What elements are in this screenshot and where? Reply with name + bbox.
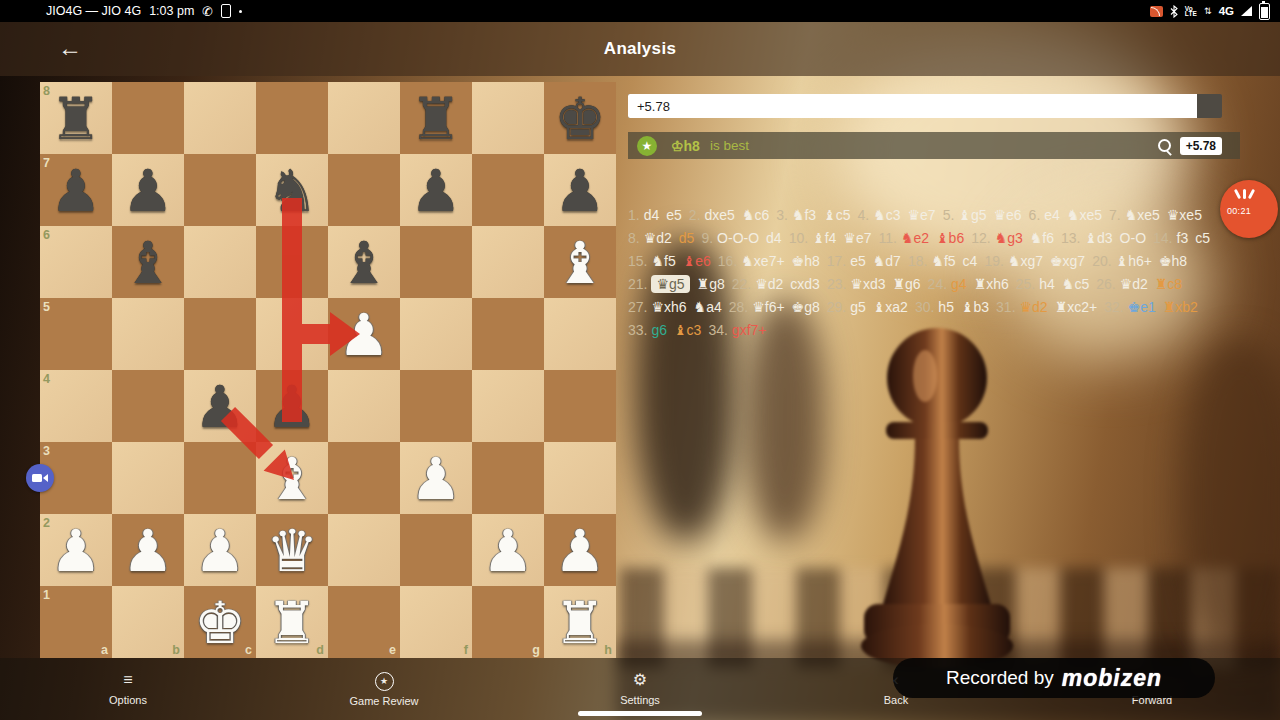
- move-number: 26.: [1096, 276, 1115, 292]
- square-b6[interactable]: ♝: [112, 226, 184, 298]
- move-number: 15.: [628, 253, 647, 269]
- square-g4[interactable]: [472, 370, 544, 442]
- piece-black-knight: ♞: [256, 154, 328, 226]
- square-a7[interactable]: 7♟: [40, 154, 112, 226]
- file-label: c: [245, 643, 252, 657]
- square-e1[interactable]: e: [328, 586, 400, 658]
- move-number: 8.: [628, 230, 640, 246]
- square-d5[interactable]: [256, 298, 328, 370]
- watermark-prefix: Recorded by: [946, 667, 1054, 689]
- square-h4[interactable]: [544, 370, 616, 442]
- move-number: 16.: [718, 253, 737, 269]
- move-token[interactable]: ♛d2: [1020, 299, 1048, 315]
- move-number: 22.: [732, 276, 751, 292]
- notification-dot: [239, 10, 242, 13]
- piece-black-rook: ♜: [40, 82, 112, 154]
- rank-label: 8: [43, 84, 50, 98]
- move-token[interactable]: ♞xg7: [1008, 253, 1043, 269]
- square-f5[interactable]: [400, 298, 472, 370]
- square-f1[interactable]: f: [400, 586, 472, 658]
- square-e4[interactable]: [328, 370, 400, 442]
- photo-pawn: [842, 316, 1032, 676]
- move-token[interactable]: ♞g3: [995, 230, 1023, 246]
- move-token[interactable]: ♞f5: [931, 253, 955, 269]
- back-arrow-icon[interactable]: ←: [58, 34, 82, 62]
- piece-black-bishop: ♝: [112, 226, 184, 298]
- move-token[interactable]: ♚xg7: [1050, 253, 1085, 269]
- square-a1[interactable]: 1a: [40, 586, 112, 658]
- nav-game-review[interactable]: ★ Game Review: [256, 658, 512, 720]
- square-d6[interactable]: [256, 226, 328, 298]
- move-token[interactable]: c5: [1195, 230, 1210, 246]
- rank-label: 7: [43, 156, 50, 170]
- move-number: 29.: [827, 299, 846, 315]
- move-token[interactable]: ♞e2: [901, 230, 929, 246]
- search-icon[interactable]: [1158, 139, 1171, 152]
- square-g5[interactable]: [472, 298, 544, 370]
- move-token[interactable]: ♞f5: [651, 253, 675, 269]
- move-token[interactable]: ♝f4: [812, 230, 836, 246]
- move-token[interactable]: ♛d2: [755, 276, 783, 292]
- move-token[interactable]: ♞xe5: [1067, 207, 1102, 223]
- square-d4[interactable]: ♟: [256, 370, 328, 442]
- move-number: 5.: [943, 207, 955, 223]
- move-token[interactable]: O-O: [1120, 230, 1146, 246]
- move-token[interactable]: ♚h8: [792, 253, 820, 269]
- move-token[interactable]: ♝c5: [823, 207, 850, 223]
- rank-label: 1: [43, 588, 50, 602]
- piece-black-pawn: ♟: [400, 154, 472, 226]
- move-token[interactable]: ♜g6: [892, 276, 920, 292]
- square-d2[interactable]: ♛: [256, 514, 328, 586]
- move-token[interactable]: g4: [951, 276, 967, 292]
- status-bar: JIO4G — JIO 4G 1:03 pm ✆ VoLTE ⇅ 4G: [0, 0, 1280, 22]
- move-token[interactable]: d4: [644, 207, 660, 223]
- piece-white-pawn: ♟: [184, 514, 256, 586]
- move-token[interactable]: ♞d7: [873, 253, 901, 269]
- square-g3[interactable]: [472, 442, 544, 514]
- move-token[interactable]: ♛xd3: [850, 276, 885, 292]
- piece-white-pawn: ♟: [328, 298, 400, 370]
- move-token[interactable]: ♝b6: [936, 230, 964, 246]
- camera-icon: [32, 474, 42, 482]
- move-number: 9.: [701, 230, 713, 246]
- move-token[interactable]: ♞xe5: [1125, 207, 1160, 223]
- move-token[interactable]: ♜xc2+: [1055, 299, 1098, 315]
- move-token[interactable]: d4: [766, 230, 782, 246]
- piece-white-bishop: ♝: [256, 442, 328, 514]
- square-c7[interactable]: [184, 154, 256, 226]
- file-label: a: [101, 643, 108, 657]
- page-title: Analysis: [0, 39, 1280, 59]
- move-token[interactable]: gxf7+: [732, 322, 767, 338]
- square-a6[interactable]: 6: [40, 226, 112, 298]
- square-e3[interactable]: [328, 442, 400, 514]
- square-f8[interactable]: ♜: [400, 82, 472, 154]
- move-token[interactable]: ♞c6: [742, 207, 769, 223]
- square-b7[interactable]: ♟: [112, 154, 184, 226]
- move-number: 21.: [628, 276, 647, 292]
- move-number: 24.: [928, 276, 947, 292]
- move-token[interactable]: ♝c3: [674, 322, 701, 338]
- move-number: 32.: [1104, 299, 1123, 315]
- background-shadow: [1180, 340, 1280, 660]
- rank-label: 4: [43, 372, 50, 386]
- piece-black-rook: ♜: [400, 82, 472, 154]
- piece-white-bishop: ♝: [544, 226, 616, 298]
- square-g2[interactable]: ♟: [472, 514, 544, 586]
- best-move-star-icon: ★: [637, 136, 657, 156]
- data-arrows-icon: ⇅: [1204, 6, 1212, 16]
- square-g6[interactable]: [472, 226, 544, 298]
- move-token[interactable]: ♝b3: [961, 299, 989, 315]
- square-a2[interactable]: 2♟: [40, 514, 112, 586]
- file-label: b: [172, 643, 180, 657]
- move-number: 13.: [1061, 230, 1080, 246]
- move-number: 14.: [1153, 230, 1172, 246]
- move-token[interactable]: ♝d3: [1084, 230, 1112, 246]
- move-token[interactable]: ♚h8: [1159, 253, 1187, 269]
- move-number: 12.: [971, 230, 990, 246]
- camera-icon-lens: [43, 474, 48, 482]
- move-number: 18.: [908, 253, 927, 269]
- list-icon: ≡: [123, 672, 132, 690]
- move-number: 31.: [996, 299, 1015, 315]
- rank-label: 2: [43, 516, 50, 530]
- move-token[interactable]: ♛xe5: [1167, 207, 1202, 223]
- bluetooth-icon: [1170, 5, 1178, 18]
- app-header: Analysis ←: [0, 22, 1280, 76]
- file-label: d: [316, 643, 324, 657]
- square-d7[interactable]: ♞: [256, 154, 328, 226]
- move-token[interactable]: ♝g5: [958, 207, 986, 223]
- move-token[interactable]: ♛d2: [1120, 276, 1148, 292]
- square-e5[interactable]: ♟: [328, 298, 400, 370]
- mobizen-logo-icon: [1234, 189, 1254, 201]
- signal-icon: [1241, 6, 1252, 16]
- move-token[interactable]: O-O-O: [717, 230, 759, 246]
- move-token[interactable]: ♝h6+: [1116, 253, 1152, 269]
- evaluation-value: +5.78: [628, 99, 670, 114]
- piece-white-pawn: ♟: [472, 514, 544, 586]
- nav-options[interactable]: ≡ Options: [0, 658, 256, 720]
- move-token[interactable]: ♜g8: [697, 276, 725, 292]
- piece-white-pawn: ♟: [40, 514, 112, 586]
- square-b8[interactable]: [112, 82, 184, 154]
- move-number: 20.: [1092, 253, 1111, 269]
- square-a8[interactable]: 8♜: [40, 82, 112, 154]
- piece-black-pawn: ♟: [256, 370, 328, 442]
- move-number: 30.: [915, 299, 934, 315]
- move-number: 11.: [878, 230, 896, 246]
- piece-black-pawn: ♟: [112, 154, 184, 226]
- carrier-label: JIO4G — JIO 4G: [46, 4, 141, 18]
- square-a4[interactable]: 4: [40, 370, 112, 442]
- piece-white-pawn: ♟: [400, 442, 472, 514]
- move-number: 3.: [776, 207, 788, 223]
- cast-icon: [1150, 6, 1163, 17]
- evaluation-white-portion: +5.78: [628, 94, 1197, 118]
- square-d1[interactable]: d♜: [256, 586, 328, 658]
- file-label: e: [389, 643, 396, 657]
- recorded-by-watermark: Recorded by mobizen: [893, 658, 1215, 698]
- square-c3[interactable]: [184, 442, 256, 514]
- move-number: 7.: [1109, 207, 1121, 223]
- rank-label: 5: [43, 300, 50, 314]
- move-token[interactable]: f3: [1177, 230, 1189, 246]
- square-c5[interactable]: [184, 298, 256, 370]
- square-b2[interactable]: ♟: [112, 514, 184, 586]
- square-c1[interactable]: c♚: [184, 586, 256, 658]
- move-token[interactable]: ♛f6+: [752, 299, 784, 315]
- move-number: 10.: [789, 230, 808, 246]
- clock-label: 1:03 pm: [149, 4, 194, 18]
- square-b3[interactable]: [112, 442, 184, 514]
- square-c4[interactable]: ♟: [184, 370, 256, 442]
- square-a5[interactable]: 5: [40, 298, 112, 370]
- chess-board: 8♜♜♚7♟♟♞♟♟6♝♝♝5♟4♟♟3♝♟2♟♟♟♛♟♟1abc♚d♜efgh…: [40, 82, 616, 658]
- move-token[interactable]: ♛xh6: [651, 299, 686, 315]
- square-c2[interactable]: ♟: [184, 514, 256, 586]
- square-f4[interactable]: [400, 370, 472, 442]
- square-h3[interactable]: [544, 442, 616, 514]
- move-token[interactable]: e5: [666, 207, 682, 223]
- move-token[interactable]: ♛e7: [908, 207, 936, 223]
- move-number: 1.: [628, 207, 640, 223]
- best-move-label: is best: [710, 138, 749, 153]
- square-e2[interactable]: [328, 514, 400, 586]
- move-token[interactable]: ♞xe7+: [741, 253, 784, 269]
- best-move-hint-row[interactable]: ★ ♔h8 is best +5.78: [628, 132, 1240, 159]
- move-token[interactable]: dxe5: [705, 207, 735, 223]
- square-h1[interactable]: h♜: [544, 586, 616, 658]
- move-token[interactable]: ♞c5: [1062, 276, 1089, 292]
- evaluation-bar: +5.78: [628, 94, 1222, 118]
- file-label: g: [532, 643, 540, 657]
- move-token[interactable]: ♞c3: [873, 207, 900, 223]
- move-token[interactable]: e4: [1044, 207, 1060, 223]
- piece-black-pawn: ♟: [544, 154, 616, 226]
- move-list: 1.d4e52.dxe5♞c63.♞f3♝c54.♞c3♛e75.♝g5♛e66…: [628, 204, 1246, 342]
- move-token[interactable]: ♜xb2: [1163, 299, 1198, 315]
- square-f6[interactable]: [400, 226, 472, 298]
- square-g8[interactable]: [472, 82, 544, 154]
- move-token[interactable]: h5: [938, 299, 954, 315]
- move-token[interactable]: ♛e6: [993, 207, 1021, 223]
- move-token[interactable]: ♚e1: [1128, 299, 1156, 315]
- square-h5[interactable]: [544, 298, 616, 370]
- square-h2[interactable]: ♟: [544, 514, 616, 586]
- square-c6[interactable]: [184, 226, 256, 298]
- move-number: 19.: [984, 253, 1003, 269]
- square-d3[interactable]: ♝: [256, 442, 328, 514]
- move-number: 25.: [1016, 276, 1035, 292]
- square-f7[interactable]: ♟: [400, 154, 472, 226]
- move-token[interactable]: ♛g5: [651, 275, 689, 293]
- move-token[interactable]: ♝e6: [683, 253, 711, 269]
- piece-black-pawn: ♟: [40, 154, 112, 226]
- move-token[interactable]: cxd3: [790, 276, 820, 292]
- whatsapp-icon: ✆: [202, 5, 213, 18]
- square-c8[interactable]: [184, 82, 256, 154]
- move-token[interactable]: ♞a4: [694, 299, 722, 315]
- move-token[interactable]: h4: [1039, 276, 1055, 292]
- move-token[interactable]: ♞f3: [792, 207, 816, 223]
- star-circle-icon: ★: [375, 672, 394, 691]
- piece-black-king: ♚: [544, 82, 616, 154]
- move-number: 23.: [827, 276, 846, 292]
- piece-white-queen: ♛: [256, 514, 328, 586]
- square-h7[interactable]: ♟: [544, 154, 616, 226]
- move-number: 6.: [1029, 207, 1041, 223]
- mobizen-camera-bubble[interactable]: [26, 464, 54, 492]
- mobizen-logo-text: mobizen: [1062, 665, 1162, 692]
- move-token[interactable]: ♞f6: [1030, 230, 1054, 246]
- move-number: 33.: [628, 322, 647, 338]
- gear-icon: ⚙: [633, 672, 647, 690]
- file-label: h: [604, 643, 612, 657]
- square-e7[interactable]: [328, 154, 400, 226]
- square-h8[interactable]: ♚: [544, 82, 616, 154]
- move-token[interactable]: ♜c8: [1155, 276, 1182, 292]
- rank-label: 3: [43, 444, 50, 458]
- move-token[interactable]: ♛d2: [644, 230, 672, 246]
- move-token[interactable]: d5: [679, 230, 695, 246]
- piece-white-pawn: ♟: [112, 514, 184, 586]
- square-g1[interactable]: g: [472, 586, 544, 658]
- square-b4[interactable]: [112, 370, 184, 442]
- piece-black-pawn: ♟: [184, 370, 256, 442]
- move-number: 17.: [827, 253, 846, 269]
- square-b5[interactable]: [112, 298, 184, 370]
- move-token[interactable]: ♜xh6: [974, 276, 1009, 292]
- move-token[interactable]: e5: [850, 253, 866, 269]
- move-number: 4.: [858, 207, 870, 223]
- square-e8[interactable]: [328, 82, 400, 154]
- move-token[interactable]: g6: [651, 322, 667, 338]
- rank-label: 6: [43, 228, 50, 242]
- move-number: 28.: [729, 299, 748, 315]
- home-indicator[interactable]: [578, 711, 702, 716]
- square-f3[interactable]: ♟: [400, 442, 472, 514]
- move-token[interactable]: c4: [963, 253, 978, 269]
- square-g7[interactable]: [472, 154, 544, 226]
- move-number: 34.: [708, 322, 727, 338]
- move-token[interactable]: ♛e7: [843, 230, 871, 246]
- move-number: 27.: [628, 299, 647, 315]
- square-f2[interactable]: [400, 514, 472, 586]
- piece-black-bishop: ♝: [328, 226, 400, 298]
- square-e6[interactable]: ♝: [328, 226, 400, 298]
- square-h6[interactable]: ♝: [544, 226, 616, 298]
- piece-white-pawn: ♟: [544, 514, 616, 586]
- square-b1[interactable]: b: [112, 586, 184, 658]
- move-token[interactable]: ♚g8: [792, 299, 820, 315]
- vibrate-icon: [221, 4, 231, 18]
- file-label: f: [464, 643, 468, 657]
- move-number: 2.: [689, 207, 701, 223]
- move-token[interactable]: ♝xa2: [873, 299, 908, 315]
- square-d8[interactable]: [256, 82, 328, 154]
- volte-icon: VoLTE: [1185, 6, 1197, 17]
- battery-icon: [1259, 3, 1270, 20]
- evaluation-badge: +5.78: [1180, 137, 1222, 155]
- move-token[interactable]: g5: [850, 299, 866, 315]
- best-move-text: ♔h8: [671, 138, 700, 154]
- network-4g-label: 4G: [1219, 5, 1234, 17]
